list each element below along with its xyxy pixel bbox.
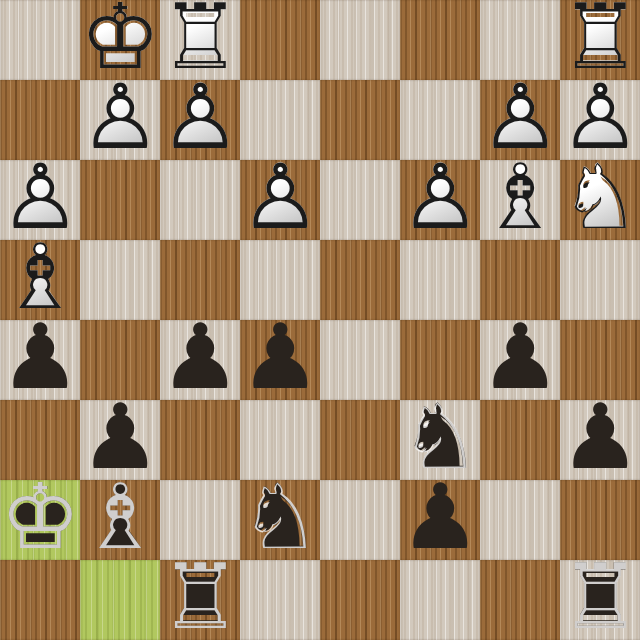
square-h1[interactable] bbox=[0, 0, 80, 80]
square-e3[interactable]: ♟♙ bbox=[240, 160, 320, 240]
square-d6[interactable] bbox=[320, 400, 400, 480]
black-pawn-piece[interactable]: ♟ bbox=[480, 320, 560, 400]
square-b8[interactable] bbox=[480, 560, 560, 640]
white-knight-outline-icon: ♘ bbox=[560, 157, 640, 237]
black-knight-piece[interactable]: ♞♘ bbox=[240, 480, 320, 560]
square-g7[interactable]: ♝♗ bbox=[80, 480, 160, 560]
square-a4[interactable] bbox=[560, 240, 640, 320]
white-pawn-outline-icon: ♙ bbox=[160, 77, 241, 157]
square-h8[interactable] bbox=[0, 560, 80, 640]
black-rook-piece[interactable]: ♜♖ bbox=[160, 560, 240, 640]
black-pawn-icon: ♟ bbox=[240, 317, 321, 397]
white-pawn-piece[interactable]: ♟♙ bbox=[160, 80, 240, 160]
square-d1[interactable] bbox=[320, 0, 400, 80]
black-bishop-outline-icon: ♗ bbox=[80, 477, 161, 557]
white-pawn-piece[interactable]: ♟♙ bbox=[80, 80, 160, 160]
square-d5[interactable] bbox=[320, 320, 400, 400]
square-c1[interactable] bbox=[400, 0, 480, 80]
black-bishop-piece[interactable]: ♝♗ bbox=[80, 480, 160, 560]
square-b7[interactable] bbox=[480, 480, 560, 560]
black-pawn-icon: ♟ bbox=[0, 317, 81, 397]
square-a8[interactable]: ♜♖ bbox=[560, 560, 640, 640]
square-e1[interactable] bbox=[240, 0, 320, 80]
square-b3[interactable]: ♝♗ bbox=[480, 160, 560, 240]
square-f6[interactable] bbox=[160, 400, 240, 480]
square-b6[interactable] bbox=[480, 400, 560, 480]
square-c7[interactable]: ♟ bbox=[400, 480, 480, 560]
square-d7[interactable] bbox=[320, 480, 400, 560]
black-knight-outline-icon: ♘ bbox=[240, 477, 321, 557]
square-d3[interactable] bbox=[320, 160, 400, 240]
square-g2[interactable]: ♟♙ bbox=[80, 80, 160, 160]
square-f5[interactable]: ♟ bbox=[160, 320, 240, 400]
white-bishop-outline-icon: ♗ bbox=[480, 157, 561, 237]
black-king-piece[interactable]: ♚♔ bbox=[0, 480, 80, 560]
white-bishop-piece[interactable]: ♝♗ bbox=[480, 160, 560, 240]
square-d2[interactable] bbox=[320, 80, 400, 160]
black-pawn-piece[interactable]: ♟ bbox=[240, 320, 320, 400]
white-pawn-outline-icon: ♙ bbox=[400, 157, 481, 237]
black-pawn-piece[interactable]: ♟ bbox=[160, 320, 240, 400]
square-g3[interactable] bbox=[80, 160, 160, 240]
square-g4[interactable] bbox=[80, 240, 160, 320]
square-b5[interactable]: ♟ bbox=[480, 320, 560, 400]
black-pawn-piece[interactable]: ♟ bbox=[400, 480, 480, 560]
black-rook-outline-icon: ♖ bbox=[160, 557, 241, 637]
square-e7[interactable]: ♞♘ bbox=[240, 480, 320, 560]
black-rook-piece[interactable]: ♜♖ bbox=[560, 560, 640, 640]
chess-board: ♚♔♜♖♜♖♟♙♟♙♟♙♟♙♟♙♟♙♟♙♝♗♞♘♝♗♟♟♟♟♟♞♘♟♚♔♝♗♞♘… bbox=[0, 0, 640, 640]
black-pawn-icon: ♟ bbox=[480, 317, 561, 397]
white-pawn-piece[interactable]: ♟♙ bbox=[240, 160, 320, 240]
square-a6[interactable]: ♟ bbox=[560, 400, 640, 480]
black-pawn-icon: ♟ bbox=[160, 317, 241, 397]
square-a3[interactable]: ♞♘ bbox=[560, 160, 640, 240]
white-pawn-piece[interactable]: ♟♙ bbox=[400, 160, 480, 240]
black-pawn-icon: ♟ bbox=[560, 397, 640, 477]
square-f2[interactable]: ♟♙ bbox=[160, 80, 240, 160]
black-king-outline-icon: ♔ bbox=[0, 477, 81, 557]
square-h7[interactable]: ♚♔ bbox=[0, 480, 80, 560]
white-pawn-outline-icon: ♙ bbox=[80, 77, 161, 157]
square-f8[interactable]: ♜♖ bbox=[160, 560, 240, 640]
square-h5[interactable]: ♟ bbox=[0, 320, 80, 400]
square-g8[interactable] bbox=[80, 560, 160, 640]
square-d8[interactable] bbox=[320, 560, 400, 640]
white-knight-piece[interactable]: ♞♘ bbox=[560, 160, 640, 240]
black-pawn-piece[interactable]: ♟ bbox=[0, 320, 80, 400]
black-pawn-piece[interactable]: ♟ bbox=[560, 400, 640, 480]
square-d4[interactable] bbox=[320, 240, 400, 320]
square-e8[interactable] bbox=[240, 560, 320, 640]
square-c4[interactable] bbox=[400, 240, 480, 320]
black-pawn-icon: ♟ bbox=[400, 477, 481, 557]
square-f3[interactable] bbox=[160, 160, 240, 240]
square-e5[interactable]: ♟ bbox=[240, 320, 320, 400]
square-c3[interactable]: ♟♙ bbox=[400, 160, 480, 240]
square-c8[interactable] bbox=[400, 560, 480, 640]
black-rook-outline-icon: ♖ bbox=[560, 557, 640, 637]
white-pawn-outline-icon: ♙ bbox=[240, 157, 321, 237]
